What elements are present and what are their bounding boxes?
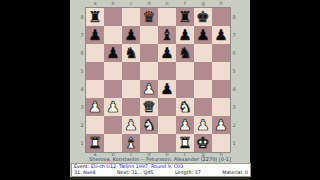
square-c4[interactable] (122, 80, 140, 98)
square-b7[interactable] (104, 26, 122, 44)
square-g5[interactable] (194, 62, 212, 80)
square-d1[interactable] (140, 134, 158, 152)
square-e2[interactable] (158, 116, 176, 134)
square-g7[interactable]: ♟ (194, 26, 212, 44)
square-b3[interactable]: ♟ (104, 98, 122, 116)
current-move: 31. Nxe4 (74, 170, 95, 176)
bottom-strip (70, 177, 250, 180)
square-h1[interactable] (212, 134, 230, 152)
square-h7[interactable]: ♟ (212, 26, 230, 44)
black-rook[interactable]: ♜ (88, 8, 101, 26)
rank-label-8: 8 (231, 8, 237, 26)
square-e5[interactable] (158, 62, 176, 80)
white-knight[interactable]: ♞ (142, 116, 155, 134)
rank-label-2: 2 (231, 116, 237, 134)
square-a5[interactable] (86, 62, 104, 80)
square-g8[interactable]: ♚ (194, 8, 212, 26)
square-e6[interactable]: ♟ (158, 44, 176, 62)
square-f2[interactable]: ♟ (176, 116, 194, 134)
square-h4[interactable] (212, 80, 230, 98)
square-a7[interactable]: ♟ (86, 26, 104, 44)
square-c6[interactable]: ♞ (122, 44, 140, 62)
square-c1[interactable]: ♝ (122, 134, 140, 152)
game-info-box: Event: EU-ch U12, Tallinn 1997, Round 9,… (71, 163, 251, 177)
white-queen[interactable]: ♛ (142, 98, 155, 116)
square-h8[interactable] (212, 8, 230, 26)
white-pawn[interactable]: ♟ (178, 116, 191, 134)
square-f6[interactable]: ♞ (176, 44, 194, 62)
status-line: 31. Nxe4 Next: 31... Qd5 Length: 37 Mate… (74, 170, 248, 176)
black-pawn[interactable]: ♟ (160, 80, 173, 98)
white-pawn[interactable]: ♟ (196, 116, 209, 134)
square-g4[interactable] (194, 80, 212, 98)
rank-label-6: 6 (231, 44, 237, 62)
chess-viewer-window: abcdefgh abcdefgh 87654321 87654321 ♜♛♜♚… (70, 0, 250, 180)
material-balance: Material: 0 (222, 170, 248, 176)
square-e7[interactable]: ♝ (158, 26, 176, 44)
square-c8[interactable] (122, 8, 140, 26)
square-d6[interactable] (140, 44, 158, 62)
event-label: Event: (74, 164, 89, 169)
square-d3[interactable]: ♛ (140, 98, 158, 116)
file-label-h: h (212, 1, 230, 6)
black-bishop[interactable]: ♝ (160, 26, 173, 44)
screenshot-canvas: abcdefgh abcdefgh 87654321 87654321 ♜♛♜♚… (0, 0, 320, 180)
white-pawn[interactable]: ♟ (124, 116, 137, 134)
rank-label-7: 7 (231, 26, 237, 44)
right-black-bar (250, 0, 320, 180)
file-label-c: c (122, 1, 140, 6)
next-move: Next: 31... Qd5 (117, 170, 153, 176)
square-c5[interactable] (122, 62, 140, 80)
game-length: Length: 37 (175, 170, 201, 176)
square-b8[interactable] (104, 8, 122, 26)
square-f8[interactable]: ♜ (176, 8, 194, 26)
square-d7[interactable] (140, 26, 158, 44)
square-a1[interactable]: ♜ (86, 134, 104, 152)
black-pawn[interactable]: ♟ (214, 26, 227, 44)
square-h3[interactable] (212, 98, 230, 116)
file-label-f: f (176, 1, 194, 6)
rank-label-4: 4 (231, 80, 237, 98)
file-label-b: b (104, 1, 122, 6)
white-rook[interactable]: ♜ (178, 134, 191, 152)
square-b6[interactable]: ♟ (104, 44, 122, 62)
square-h5[interactable] (212, 62, 230, 80)
rank-labels-right: 87654321 (231, 8, 237, 152)
square-d2[interactable]: ♞ (140, 116, 158, 134)
square-g3[interactable] (194, 98, 212, 116)
rank-label-3: 3 (231, 98, 237, 116)
event-value: EU-ch U12, Tallinn 1997, Round 9, C03 (91, 164, 183, 169)
square-f4[interactable] (176, 80, 194, 98)
file-label-a: a (86, 1, 104, 6)
square-h2[interactable]: ♟ (212, 116, 230, 134)
white-bishop[interactable]: ♝ (124, 134, 137, 152)
square-d8[interactable]: ♛ (140, 8, 158, 26)
black-rook[interactable]: ♜ (178, 8, 191, 26)
black-pawn[interactable]: ♟ (88, 26, 101, 44)
square-f7[interactable]: ♟ (176, 26, 194, 44)
square-e8[interactable] (158, 8, 176, 26)
square-h6[interactable] (212, 44, 230, 62)
black-pawn[interactable]: ♟ (196, 26, 209, 44)
white-pawn[interactable]: ♟ (214, 116, 227, 134)
square-d5[interactable] (140, 62, 158, 80)
square-a4[interactable] (86, 80, 104, 98)
square-a3[interactable]: ♟ (86, 98, 104, 116)
black-king[interactable]: ♚ (196, 8, 209, 26)
white-king[interactable]: ♚ (196, 134, 209, 152)
black-queen[interactable]: ♛ (142, 8, 155, 26)
square-a2[interactable] (86, 116, 104, 134)
file-label-e: e (158, 1, 176, 6)
file-label-d: d (140, 1, 158, 6)
black-knight[interactable]: ♞ (124, 44, 137, 62)
players-title: Sherova, Konstantin -- Petursson, Alexan… (70, 156, 250, 162)
square-g6[interactable] (194, 44, 212, 62)
file-labels-top: abcdefgh (86, 1, 230, 6)
chess-board[interactable]: ♜♛♜♚♟♟♝♟♟♟♟♞♟♞♟♟♟♟♛♞♟♞♟♟♟♜♝♜♚ (85, 7, 231, 153)
file-label-g: g (194, 1, 212, 6)
black-pawn[interactable]: ♟ (106, 44, 119, 62)
black-pawn[interactable]: ♟ (124, 26, 137, 44)
square-c7[interactable]: ♟ (122, 26, 140, 44)
white-rook[interactable]: ♜ (88, 134, 101, 152)
white-pawn[interactable]: ♟ (142, 80, 155, 98)
white-knight[interactable]: ♞ (178, 98, 191, 116)
square-a6[interactable] (86, 44, 104, 62)
square-e3[interactable] (158, 98, 176, 116)
square-g2[interactable]: ♟ (194, 116, 212, 134)
square-f1[interactable]: ♜ (176, 134, 194, 152)
white-pawn[interactable]: ♟ (88, 98, 101, 116)
square-c2[interactable]: ♟ (122, 116, 140, 134)
rank-label-5: 5 (231, 62, 237, 80)
left-black-bar (0, 0, 70, 180)
square-d4[interactable]: ♟ (140, 80, 158, 98)
square-c3[interactable] (122, 98, 140, 116)
square-b2[interactable] (104, 116, 122, 134)
square-b1[interactable] (104, 134, 122, 152)
rank-label-1: 1 (231, 134, 237, 152)
black-knight[interactable]: ♞ (178, 44, 191, 62)
square-e1[interactable] (158, 134, 176, 152)
black-pawn[interactable]: ♟ (160, 44, 173, 62)
square-b4[interactable] (104, 80, 122, 98)
square-f5[interactable] (176, 62, 194, 80)
square-b5[interactable] (104, 62, 122, 80)
square-f3[interactable]: ♞ (176, 98, 194, 116)
black-pawn[interactable]: ♟ (178, 26, 191, 44)
square-g1[interactable]: ♚ (194, 134, 212, 152)
white-pawn[interactable]: ♟ (106, 98, 119, 116)
square-a8[interactable]: ♜ (86, 8, 104, 26)
square-e4[interactable]: ♟ (158, 80, 176, 98)
